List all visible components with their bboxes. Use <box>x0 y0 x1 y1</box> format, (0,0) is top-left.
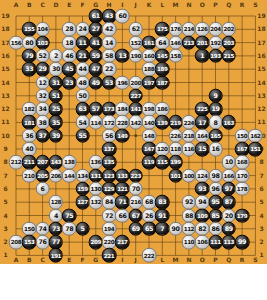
stone-S9[interactable]: 151 <box>248 142 263 157</box>
row-label-right-7: 7 <box>259 173 263 179</box>
row-label-left-14: 14 <box>1 80 9 86</box>
column-label-bottom-L: L <box>160 257 164 263</box>
column-label-top-P: P <box>213 2 217 8</box>
column-label-top-F: F <box>80 2 84 8</box>
column-label-top-A: A <box>14 2 19 8</box>
row-label-right-1: 1 <box>259 252 263 258</box>
row-label-right-18: 18 <box>257 26 265 32</box>
row-label-right-16: 16 <box>257 53 265 59</box>
stone-R4[interactable]: 179 <box>235 208 250 223</box>
go-kifu-diagram: AABBCCDDEEFFGGHHIIJJKKLLMMNNOOPPQQRRSS19… <box>0 0 267 300</box>
stone-H1[interactable]: 221 <box>102 248 117 263</box>
column-label-bottom-E: E <box>67 257 71 263</box>
column-label-bottom-F: F <box>80 257 84 263</box>
row-label-left-5: 5 <box>3 199 7 205</box>
column-label-top-L: L <box>160 2 164 8</box>
column-label-top-O: O <box>200 2 205 8</box>
row-label-right-17: 17 <box>257 40 265 46</box>
row-label-right-8: 8 <box>259 159 263 165</box>
row-label-left-2: 2 <box>3 239 7 245</box>
row-label-right-14: 14 <box>257 80 265 86</box>
row-label-right-2: 2 <box>259 239 263 245</box>
row-label-right-6: 6 <box>259 186 263 192</box>
row-label-left-9: 9 <box>3 146 7 152</box>
stone-F10[interactable]: 55 <box>75 128 90 143</box>
stone-L14[interactable]: 187 <box>155 75 170 90</box>
column-label-top-N: N <box>186 2 191 8</box>
ko-move-captions: 81D3102E3105D3108E3117D3122E3125D3154E31… <box>0 264 267 300</box>
stone-I19[interactable]: 60 <box>115 9 130 24</box>
column-label-bottom-P: P <box>213 257 217 263</box>
stone-I10[interactable]: 149 <box>115 128 130 143</box>
row-label-right-5: 5 <box>259 199 263 205</box>
column-label-top-S: S <box>253 2 257 8</box>
stone-D1[interactable]: 191 <box>49 248 64 263</box>
stone-M16[interactable]: 158 <box>168 49 183 64</box>
column-label-top-G: G <box>93 2 98 8</box>
row-label-right-4: 4 <box>259 213 263 219</box>
column-label-bottom-Q: Q <box>226 257 231 263</box>
row-label-left-7: 7 <box>3 173 7 179</box>
stone-C6[interactable]: 6 <box>35 182 50 197</box>
column-label-top-Q: Q <box>226 2 231 8</box>
row-label-left-19: 19 <box>1 13 9 19</box>
row-label-right-12: 12 <box>257 106 265 112</box>
stone-D10[interactable]: 39 <box>49 128 64 143</box>
row-label-left-18: 18 <box>1 26 9 32</box>
row-label-left-11: 11 <box>1 119 9 125</box>
column-label-top-E: E <box>67 2 71 8</box>
column-label-bottom-G: G <box>93 257 98 263</box>
row-label-right-13: 13 <box>257 93 265 99</box>
row-label-left-1: 1 <box>3 252 7 258</box>
column-label-bottom-I: I <box>121 257 123 263</box>
column-label-top-K: K <box>147 2 152 8</box>
column-label-bottom-J: J <box>135 257 137 263</box>
column-label-bottom-N: N <box>186 257 191 263</box>
column-label-top-J: J <box>135 2 137 8</box>
stone-I2[interactable]: 217 <box>115 235 130 250</box>
column-label-top-I: I <box>121 2 123 8</box>
column-label-top-D: D <box>53 2 58 8</box>
row-label-left-6: 6 <box>3 186 7 192</box>
row-label-left-10: 10 <box>1 133 9 139</box>
row-label-right-19: 19 <box>257 13 265 19</box>
row-label-left-15: 15 <box>1 66 9 72</box>
column-label-top-M: M <box>173 2 179 8</box>
row-label-right-3: 3 <box>259 226 263 232</box>
column-label-top-B: B <box>27 2 32 8</box>
row-label-right-15: 15 <box>257 66 265 72</box>
stone-R6[interactable]: 178 <box>235 182 250 197</box>
column-label-bottom-R: R <box>240 257 245 263</box>
column-label-bottom-S: S <box>253 257 257 263</box>
row-label-left-13: 13 <box>1 93 9 99</box>
row-label-right-11: 11 <box>257 119 265 125</box>
stone-F3[interactable]: 5 <box>75 222 90 237</box>
column-label-bottom-M: M <box>173 257 179 263</box>
stone-R2[interactable]: 99 <box>235 235 250 250</box>
column-label-bottom-A: A <box>14 257 19 263</box>
row-label-left-3: 3 <box>3 226 7 232</box>
column-label-bottom-O: O <box>200 257 205 263</box>
stone-K1[interactable]: 222 <box>142 248 157 263</box>
column-label-top-H: H <box>107 2 112 8</box>
row-label-left-16: 16 <box>1 53 9 59</box>
stone-Q16[interactable]: 215 <box>222 49 237 64</box>
row-label-left-8: 8 <box>3 159 7 165</box>
row-label-left-12: 12 <box>1 106 9 112</box>
column-label-top-C: C <box>40 2 44 8</box>
row-label-left-4: 4 <box>3 213 7 219</box>
column-label-top-R: R <box>240 2 245 8</box>
goban[interactable]: AABBCCDDEEFFGGHHIIJJKKLLMMNNOOPPQQRRSS19… <box>0 0 267 264</box>
stone-Q11[interactable]: 163 <box>222 115 237 130</box>
stone-P9[interactable]: 16 <box>208 142 223 157</box>
column-label-bottom-C: C <box>40 257 44 263</box>
column-label-bottom-B: B <box>27 257 32 263</box>
